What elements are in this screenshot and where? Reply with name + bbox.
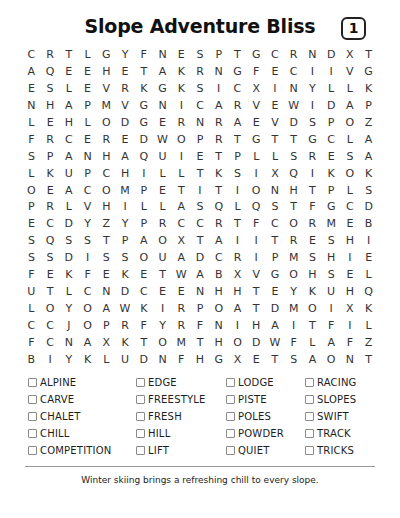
grid-cell-r13c14[interactable]: P (266, 249, 285, 266)
grid-cell-r10c1[interactable]: P (22, 199, 41, 216)
grid-cell-r7c3[interactable]: A (59, 148, 78, 165)
grid-cell-r1c8[interactable]: N (153, 46, 172, 63)
grid-cell-r14c2[interactable]: E (41, 266, 60, 283)
grid-cell-r3c6[interactable]: R (116, 80, 135, 97)
grid-cell-r15c9[interactable]: E (172, 283, 191, 300)
grid-cell-r15c10[interactable]: N (191, 283, 210, 300)
grid-cell-r15c11[interactable]: H (209, 283, 228, 300)
grid-cell-r1c15[interactable]: R (284, 46, 303, 63)
grid-cell-r6c15[interactable]: T (284, 131, 303, 148)
grid-cell-r11c10[interactable]: C (191, 215, 210, 232)
grid-cell-r7c18[interactable]: S (341, 148, 360, 165)
grid-cell-r1c19[interactable]: T (359, 46, 378, 63)
grid-cell-r2c14[interactable]: E (266, 63, 285, 80)
grid-cell-r10c4[interactable]: V (78, 199, 97, 216)
checkbox-slopes[interactable] (305, 395, 314, 404)
grid-cell-r7c2[interactable]: P (41, 148, 60, 165)
grid-cell-r9c15[interactable]: H (284, 182, 303, 199)
grid-cell-r14c18[interactable]: E (341, 266, 360, 283)
checkbox-carve[interactable] (28, 395, 37, 404)
grid-cell-r12c19[interactable]: I (359, 232, 378, 249)
grid-cell-r4c1[interactable]: N (22, 97, 41, 114)
checkbox-fresh[interactable] (136, 412, 145, 421)
grid-cell-r8c19[interactable]: K (359, 165, 378, 182)
grid-cell-r2c5[interactable]: H (97, 63, 116, 80)
grid-cell-r7c4[interactable]: N (78, 148, 97, 165)
grid-cell-r14c8[interactable]: T (153, 266, 172, 283)
grid-cell-r12c3[interactable]: S (59, 232, 78, 249)
grid-cell-r17c3[interactable]: J (59, 317, 78, 334)
grid-cell-r15c12[interactable]: H (228, 283, 247, 300)
grid-cell-r18c1[interactable]: F (22, 334, 41, 351)
grid-cell-r4c3[interactable]: A (59, 97, 78, 114)
grid-cell-r6c7[interactable]: D (134, 131, 153, 148)
grid-cell-r9c4[interactable]: C (78, 182, 97, 199)
grid-cell-r13c16[interactable]: S (303, 249, 322, 266)
grid-cell-r9c17[interactable]: P (322, 182, 341, 199)
grid-cell-r1c16[interactable]: N (303, 46, 322, 63)
grid-cell-r14c16[interactable]: H (303, 266, 322, 283)
grid-cell-r8c7[interactable]: I (134, 165, 153, 182)
grid-cell-r5c17[interactable]: P (322, 114, 341, 131)
grid-cell-r13c3[interactable]: D (59, 249, 78, 266)
grid-cell-r6c8[interactable]: W (153, 131, 172, 148)
grid-cell-r10c3[interactable]: L (59, 199, 78, 216)
grid-cell-r12c13[interactable]: I (247, 232, 266, 249)
checkbox-freestyle[interactable] (136, 395, 145, 404)
grid-cell-r13c17[interactable]: H (322, 249, 341, 266)
grid-cell-r12c10[interactable]: T (191, 232, 210, 249)
grid-cell-r4c15[interactable]: W (284, 97, 303, 114)
grid-cell-r15c17[interactable]: U (322, 283, 341, 300)
grid-cell-r8c9[interactable]: L (172, 165, 191, 182)
grid-cell-r7c5[interactable]: H (97, 148, 116, 165)
grid-cell-r9c12[interactable]: I (228, 182, 247, 199)
grid-cell-r7c15[interactable]: S (284, 148, 303, 165)
grid-cell-r1c11[interactable]: P (209, 46, 228, 63)
grid-cell-r8c12[interactable]: S (228, 165, 247, 182)
grid-cell-r13c12[interactable]: R (228, 249, 247, 266)
grid-cell-r16c8[interactable]: I (153, 300, 172, 317)
grid-cell-r15c15[interactable]: Y (284, 283, 303, 300)
grid-cell-r4c16[interactable]: I (303, 97, 322, 114)
grid-cell-r3c19[interactable]: K (359, 80, 378, 97)
grid-cell-r9c7[interactable]: P (134, 182, 153, 199)
grid-cell-r19c10[interactable]: H (191, 351, 210, 368)
grid-cell-r3c18[interactable]: L (341, 80, 360, 97)
grid-cell-r11c12[interactable]: T (228, 215, 247, 232)
grid-cell-r16c10[interactable]: P (191, 300, 210, 317)
grid-cell-r18c9[interactable]: M (172, 334, 191, 351)
grid-cell-r15c7[interactable]: C (134, 283, 153, 300)
grid-cell-r18c5[interactable]: X (97, 334, 116, 351)
grid-cell-r7c1[interactable]: S (22, 148, 41, 165)
checkbox-piste[interactable] (226, 395, 235, 404)
grid-cell-r11c11[interactable]: R (209, 215, 228, 232)
grid-cell-r17c17[interactable]: F (322, 317, 341, 334)
grid-cell-r14c5[interactable]: E (97, 266, 116, 283)
grid-cell-r6c6[interactable]: E (116, 131, 135, 148)
grid-cell-r9c16[interactable]: T (303, 182, 322, 199)
grid-cell-r4c14[interactable]: E (266, 97, 285, 114)
grid-cell-r7c17[interactable]: E (322, 148, 341, 165)
grid-cell-r19c4[interactable]: K (78, 351, 97, 368)
grid-cell-r1c14[interactable]: C (266, 46, 285, 63)
grid-cell-r16c2[interactable]: O (41, 300, 60, 317)
grid-cell-r9c9[interactable]: T (172, 182, 191, 199)
grid-cell-r1c13[interactable]: G (247, 46, 266, 63)
grid-cell-r18c14[interactable]: W (266, 334, 285, 351)
grid-cell-r13c8[interactable]: U (153, 249, 172, 266)
grid-cell-r13c4[interactable]: I (78, 249, 97, 266)
grid-cell-r11c4[interactable]: Y (78, 215, 97, 232)
grid-cell-r11c14[interactable]: C (266, 215, 285, 232)
grid-cell-r19c5[interactable]: L (97, 351, 116, 368)
grid-cell-r8c5[interactable]: C (97, 165, 116, 182)
checkbox-alpine[interactable] (28, 378, 37, 387)
grid-cell-r16c19[interactable]: K (359, 300, 378, 317)
grid-cell-r8c10[interactable]: T (191, 165, 210, 182)
grid-cell-r7c19[interactable]: A (359, 148, 378, 165)
grid-cell-r10c2[interactable]: R (41, 199, 60, 216)
grid-cell-r1c10[interactable]: S (191, 46, 210, 63)
grid-cell-r12c12[interactable]: I (228, 232, 247, 249)
grid-cell-r8c13[interactable]: I (247, 165, 266, 182)
grid-cell-r2c10[interactable]: R (191, 63, 210, 80)
grid-cell-r3c12[interactable]: C (228, 80, 247, 97)
grid-cell-r8c11[interactable]: K (209, 165, 228, 182)
grid-cell-r15c5[interactable]: N (97, 283, 116, 300)
grid-cell-r17c9[interactable]: R (172, 317, 191, 334)
grid-cell-r3c5[interactable]: V (97, 80, 116, 97)
grid-cell-r17c14[interactable]: A (266, 317, 285, 334)
grid-cell-r5c10[interactable]: N (191, 114, 210, 131)
grid-cell-r14c6[interactable]: K (116, 266, 135, 283)
grid-cell-r18c13[interactable]: D (247, 334, 266, 351)
grid-cell-r19c17[interactable]: O (322, 351, 341, 368)
grid-cell-r3c10[interactable]: S (191, 80, 210, 97)
grid-cell-r10c16[interactable]: F (303, 199, 322, 216)
grid-cell-r17c1[interactable]: C (22, 317, 41, 334)
grid-cell-r2c4[interactable]: E (78, 63, 97, 80)
grid-cell-r11c13[interactable]: F (247, 215, 266, 232)
grid-cell-r18c3[interactable]: N (59, 334, 78, 351)
grid-cell-r10c6[interactable]: I (116, 199, 135, 216)
grid-cell-r6c3[interactable]: C (59, 131, 78, 148)
grid-cell-r18c2[interactable]: C (41, 334, 60, 351)
grid-cell-r17c19[interactable]: L (359, 317, 378, 334)
grid-cell-r14c7[interactable]: E (134, 266, 153, 283)
grid-cell-r10c5[interactable]: H (97, 199, 116, 216)
grid-cell-r18c11[interactable]: H (209, 334, 228, 351)
grid-cell-r8c14[interactable]: X (266, 165, 285, 182)
grid-cell-r14c15[interactable]: O (284, 266, 303, 283)
grid-cell-r13c13[interactable]: I (247, 249, 266, 266)
grid-cell-r12c4[interactable]: S (78, 232, 97, 249)
grid-cell-r1c7[interactable]: F (134, 46, 153, 63)
grid-cell-r15c18[interactable]: H (341, 283, 360, 300)
grid-cell-r11c6[interactable]: Y (116, 215, 135, 232)
grid-cell-r5c5[interactable]: O (97, 114, 116, 131)
grid-cell-r10c13[interactable]: Q (247, 199, 266, 216)
grid-cell-r14c4[interactable]: F (78, 266, 97, 283)
checkbox-hill[interactable] (136, 429, 145, 438)
grid-cell-r6c16[interactable]: G (303, 131, 322, 148)
grid-cell-r16c5[interactable]: A (97, 300, 116, 317)
grid-cell-r4c8[interactable]: N (153, 97, 172, 114)
grid-cell-r6c19[interactable]: A (359, 131, 378, 148)
grid-cell-r14c14[interactable]: G (266, 266, 285, 283)
grid-cell-r13c5[interactable]: S (97, 249, 116, 266)
grid-cell-r19c16[interactable]: A (303, 351, 322, 368)
grid-cell-r19c13[interactable]: E (247, 351, 266, 368)
grid-cell-r2c18[interactable]: V (341, 63, 360, 80)
grid-cell-r9c10[interactable]: I (191, 182, 210, 199)
grid-cell-r17c12[interactable]: I (228, 317, 247, 334)
grid-cell-r17c15[interactable]: I (284, 317, 303, 334)
grid-cell-r3c7[interactable]: K (134, 80, 153, 97)
grid-cell-r1c4[interactable]: L (78, 46, 97, 63)
grid-cell-r3c15[interactable]: N (284, 80, 303, 97)
grid-cell-r19c11[interactable]: G (209, 351, 228, 368)
grid-cell-r12c11[interactable]: A (209, 232, 228, 249)
grid-cell-r5c15[interactable]: D (284, 114, 303, 131)
grid-cell-r1c6[interactable]: Y (116, 46, 135, 63)
grid-cell-r17c2[interactable]: C (41, 317, 60, 334)
grid-cell-r9c18[interactable]: L (341, 182, 360, 199)
grid-cell-r9c14[interactable]: N (266, 182, 285, 199)
grid-cell-r5c4[interactable]: L (78, 114, 97, 131)
grid-cell-r19c3[interactable]: Y (59, 351, 78, 368)
grid-cell-r2c16[interactable]: I (303, 63, 322, 80)
grid-cell-r18c4[interactable]: A (78, 334, 97, 351)
grid-cell-r11c15[interactable]: O (284, 215, 303, 232)
grid-cell-r10c14[interactable]: S (266, 199, 285, 216)
grid-cell-r3c8[interactable]: G (153, 80, 172, 97)
grid-cell-r16c17[interactable]: I (322, 300, 341, 317)
grid-cell-r19c15[interactable]: S (284, 351, 303, 368)
grid-cell-r16c18[interactable]: X (341, 300, 360, 317)
grid-cell-r5c19[interactable]: Z (359, 114, 378, 131)
grid-cell-r17c4[interactable]: O (78, 317, 97, 334)
grid-cell-r18c6[interactable]: K (116, 334, 135, 351)
grid-cell-r2c12[interactable]: G (228, 63, 247, 80)
grid-cell-r14c10[interactable]: A (191, 266, 210, 283)
grid-cell-r19c14[interactable]: T (266, 351, 285, 368)
grid-cell-r14c1[interactable]: F (22, 266, 41, 283)
grid-cell-r13c2[interactable]: S (41, 249, 60, 266)
grid-cell-r3c4[interactable]: E (78, 80, 97, 97)
grid-cell-r6c18[interactable]: L (341, 131, 360, 148)
grid-cell-r12c16[interactable]: E (303, 232, 322, 249)
grid-cell-r4c4[interactable]: P (78, 97, 97, 114)
grid-cell-r9c13[interactable]: O (247, 182, 266, 199)
grid-cell-r5c16[interactable]: S (303, 114, 322, 131)
grid-cell-r17c16[interactable]: T (303, 317, 322, 334)
grid-cell-r7c9[interactable]: I (172, 148, 191, 165)
grid-cell-r6c4[interactable]: E (78, 131, 97, 148)
grid-cell-r2c1[interactable]: A (22, 63, 41, 80)
grid-cell-r13c6[interactable]: S (116, 249, 135, 266)
checkbox-poles[interactable] (226, 412, 235, 421)
checkbox-quiet[interactable] (226, 446, 235, 455)
grid-cell-r11c2[interactable]: C (41, 215, 60, 232)
grid-cell-r6c5[interactable]: R (97, 131, 116, 148)
grid-cell-r7c7[interactable]: Q (134, 148, 153, 165)
grid-cell-r4c17[interactable]: D (322, 97, 341, 114)
grid-cell-r18c10[interactable]: T (191, 334, 210, 351)
checkbox-lift[interactable] (136, 446, 145, 455)
grid-cell-r3c1[interactable]: E (22, 80, 41, 97)
checkbox-track[interactable] (305, 429, 314, 438)
grid-cell-r4c5[interactable]: M (97, 97, 116, 114)
grid-cell-r13c9[interactable]: A (172, 249, 191, 266)
grid-cell-r19c12[interactable]: X (228, 351, 247, 368)
grid-cell-r1c18[interactable]: X (341, 46, 360, 63)
grid-cell-r2c8[interactable]: A (153, 63, 172, 80)
grid-cell-r2c2[interactable]: Q (41, 63, 60, 80)
grid-cell-r11c8[interactable]: R (153, 215, 172, 232)
grid-cell-r3c16[interactable]: Y (303, 80, 322, 97)
grid-cell-r8c2[interactable]: K (41, 165, 60, 182)
grid-cell-r6c17[interactable]: C (322, 131, 341, 148)
grid-cell-r1c1[interactable]: C (22, 46, 41, 63)
grid-cell-r4c12[interactable]: R (228, 97, 247, 114)
grid-cell-r6c2[interactable]: R (41, 131, 60, 148)
grid-cell-r16c14[interactable]: D (266, 300, 285, 317)
grid-cell-r19c8[interactable]: N (153, 351, 172, 368)
grid-cell-r10c17[interactable]: G (322, 199, 341, 216)
grid-cell-r12c17[interactable]: S (322, 232, 341, 249)
grid-cell-r1c17[interactable]: D (322, 46, 341, 63)
grid-cell-r2c9[interactable]: K (172, 63, 191, 80)
grid-cell-r12c14[interactable]: T (266, 232, 285, 249)
grid-cell-r3c14[interactable]: I (266, 80, 285, 97)
grid-cell-r1c5[interactable]: G (97, 46, 116, 63)
grid-cell-r1c2[interactable]: R (41, 46, 60, 63)
grid-cell-r13c18[interactable]: I (341, 249, 360, 266)
grid-cell-r2c11[interactable]: N (209, 63, 228, 80)
grid-cell-r4c9[interactable]: I (172, 97, 191, 114)
grid-cell-r18c12[interactable]: O (228, 334, 247, 351)
grid-cell-r14c13[interactable]: V (247, 266, 266, 283)
grid-cell-r10c15[interactable]: T (284, 199, 303, 216)
grid-cell-r5c1[interactable]: L (22, 114, 41, 131)
grid-cell-r16c16[interactable]: O (303, 300, 322, 317)
grid-cell-r19c9[interactable]: F (172, 351, 191, 368)
grid-cell-r6c12[interactable]: T (228, 131, 247, 148)
grid-cell-r3c3[interactable]: L (59, 80, 78, 97)
grid-cell-r17c10[interactable]: F (191, 317, 210, 334)
grid-cell-r7c16[interactable]: R (303, 148, 322, 165)
grid-cell-r6c1[interactable]: F (22, 131, 41, 148)
grid-cell-r8c18[interactable]: O (341, 165, 360, 182)
grid-cell-r11c19[interactable]: B (359, 215, 378, 232)
grid-cell-r9c5[interactable]: O (97, 182, 116, 199)
grid-cell-r12c1[interactable]: S (22, 232, 41, 249)
grid-cell-r9c19[interactable]: S (359, 182, 378, 199)
grid-cell-r17c7[interactable]: F (134, 317, 153, 334)
grid-cell-r6c11[interactable]: R (209, 131, 228, 148)
grid-cell-r17c18[interactable]: I (341, 317, 360, 334)
grid-cell-r5c7[interactable]: G (134, 114, 153, 131)
grid-cell-r4c18[interactable]: A (341, 97, 360, 114)
grid-cell-r6c14[interactable]: T (266, 131, 285, 148)
grid-cell-r18c7[interactable]: T (134, 334, 153, 351)
grid-cell-r15c4[interactable]: C (78, 283, 97, 300)
grid-cell-r4c19[interactable]: P (359, 97, 378, 114)
grid-cell-r15c8[interactable]: E (153, 283, 172, 300)
grid-cell-r18c16[interactable]: L (303, 334, 322, 351)
grid-cell-r6c10[interactable]: P (191, 131, 210, 148)
grid-cell-r19c18[interactable]: N (341, 351, 360, 368)
grid-cell-r11c18[interactable]: E (341, 215, 360, 232)
checkbox-lodge[interactable] (226, 378, 235, 387)
grid-cell-r5c14[interactable]: V (266, 114, 285, 131)
grid-cell-r18c15[interactable]: F (284, 334, 303, 351)
grid-cell-r5c8[interactable]: E (153, 114, 172, 131)
grid-cell-r7c12[interactable]: P (228, 148, 247, 165)
grid-cell-r10c10[interactable]: S (191, 199, 210, 216)
grid-cell-r12c15[interactable]: R (284, 232, 303, 249)
grid-cell-r2c13[interactable]: F (247, 63, 266, 80)
grid-cell-r2c17[interactable]: I (322, 63, 341, 80)
grid-cell-r8c17[interactable]: K (322, 165, 341, 182)
checkbox-racing[interactable] (305, 378, 314, 387)
grid-cell-r15c19[interactable]: Q (359, 283, 378, 300)
grid-cell-r11c9[interactable]: C (172, 215, 191, 232)
grid-cell-r15c13[interactable]: T (247, 283, 266, 300)
grid-cell-r8c3[interactable]: U (59, 165, 78, 182)
grid-cell-r16c6[interactable]: W (116, 300, 135, 317)
grid-cell-r16c11[interactable]: O (209, 300, 228, 317)
grid-cell-r9c6[interactable]: M (116, 182, 135, 199)
grid-cell-r18c8[interactable]: O (153, 334, 172, 351)
grid-cell-r5c9[interactable]: R (172, 114, 191, 131)
grid-cell-r7c11[interactable]: T (209, 148, 228, 165)
grid-cell-r3c2[interactable]: S (41, 80, 60, 97)
grid-cell-r10c19[interactable]: D (359, 199, 378, 216)
grid-cell-r2c7[interactable]: T (134, 63, 153, 80)
grid-cell-r5c13[interactable]: E (247, 114, 266, 131)
grid-cell-r15c6[interactable]: D (116, 283, 135, 300)
grid-cell-r10c18[interactable]: C (341, 199, 360, 216)
grid-cell-r11c16[interactable]: R (303, 215, 322, 232)
grid-cell-r19c19[interactable]: T (359, 351, 378, 368)
grid-cell-r14c3[interactable]: K (59, 266, 78, 283)
grid-cell-r16c9[interactable]: R (172, 300, 191, 317)
grid-cell-r14c19[interactable]: L (359, 266, 378, 283)
grid-cell-r9c2[interactable]: E (41, 182, 60, 199)
checkbox-swift[interactable] (305, 412, 314, 421)
grid-cell-r15c2[interactable]: T (41, 283, 60, 300)
grid-cell-r17c5[interactable]: P (97, 317, 116, 334)
grid-cell-r1c12[interactable]: T (228, 46, 247, 63)
grid-cell-r12c7[interactable]: A (134, 232, 153, 249)
grid-cell-r8c16[interactable]: I (303, 165, 322, 182)
grid-cell-r1c3[interactable]: T (59, 46, 78, 63)
grid-cell-r11c5[interactable]: Z (97, 215, 116, 232)
checkbox-tricks[interactable] (305, 446, 314, 455)
grid-cell-r19c2[interactable]: I (41, 351, 60, 368)
grid-cell-r6c9[interactable]: O (172, 131, 191, 148)
grid-cell-r15c14[interactable]: E (266, 283, 285, 300)
grid-cell-r13c11[interactable]: C (209, 249, 228, 266)
grid-cell-r15c3[interactable]: L (59, 283, 78, 300)
grid-cell-r12c6[interactable]: P (116, 232, 135, 249)
grid-cell-r18c18[interactable]: F (341, 334, 360, 351)
checkbox-chalet[interactable] (28, 412, 37, 421)
